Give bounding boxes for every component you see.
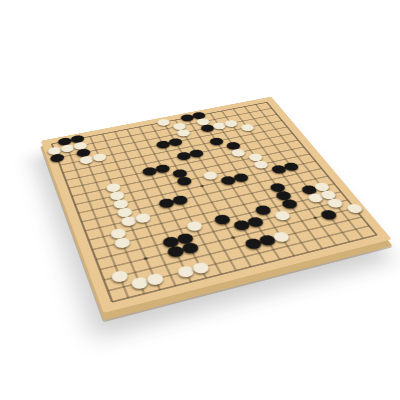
- intersection-r13c2: [94, 230, 113, 243]
- intersection-r16c15: [292, 215, 312, 227]
- intersection-r17c19: [352, 211, 372, 223]
- intersection-r16c14: [279, 218, 299, 230]
- intersection-r17c16: [312, 221, 332, 233]
- intersection-r14c10: ●: [213, 213, 232, 225]
- intersection-r13c13: [248, 196, 267, 207]
- black-stone: ●: [179, 241, 200, 255]
- intersection-r13c4: [123, 224, 142, 236]
- black-stone: ●: [273, 189, 293, 200]
- intersection-r19c16: [326, 239, 347, 252]
- intersection-r10c3: [98, 201, 116, 213]
- intersection-r19c14: [298, 246, 319, 259]
- intersection-r12c1: [76, 225, 94, 237]
- intersection-r18c3: ●: [130, 276, 150, 291]
- intersection-r18c10: [235, 250, 255, 263]
- intersection-r13c15: ●: [274, 190, 293, 201]
- intersection-r14c18: ●: [319, 189, 338, 200]
- intersection-r13c10: [208, 205, 227, 217]
- intersection-r18c13: [277, 240, 298, 253]
- white-stone: ●: [184, 219, 205, 232]
- intersection-r19c8: [211, 267, 232, 281]
- intersection-r16c13: [265, 221, 285, 233]
- intersection-r13c1: [79, 234, 98, 247]
- white-stone: ●: [128, 275, 150, 290]
- intersection-r4c10: ●: [167, 137, 183, 146]
- intersection-r15c8: [190, 229, 209, 242]
- intersection-r17c5: [156, 258, 176, 272]
- go-board: ●●●●●●●●●●●●●●●●●●●●●●●●●●●●●●●●●●●●●●●●…: [41, 97, 392, 313]
- intersections: ●●●●●●●●●●●●●●●●●●●●●●●●●●●●●●●●●●●●●●●●…: [41, 97, 392, 313]
- intersection-r16c17: ●: [319, 209, 339, 221]
- intersection-r16c9: [209, 235, 229, 248]
- black-stone: ●: [160, 235, 181, 248]
- intersection-r11c3: [101, 210, 119, 222]
- intersection-r15c5: [146, 239, 165, 252]
- intersection-r18c6: ●: [176, 265, 196, 279]
- black-stone: ●: [252, 203, 273, 215]
- intersection-r16c19: ●: [345, 203, 365, 215]
- intersection-r18c15: [305, 233, 326, 246]
- grid-line-horizontal: [92, 192, 341, 250]
- intersection-r16c7: ●: [180, 241, 200, 254]
- black-stone: ●: [170, 194, 190, 206]
- intersection-r11c8: ●: [171, 194, 189, 205]
- black-stone: ●: [166, 137, 184, 147]
- intersection-r18c17: [332, 226, 353, 239]
- intersection-r14c11: [226, 210, 245, 222]
- intersection-r19c5: [165, 279, 186, 294]
- black-stone: ●: [164, 244, 185, 258]
- intersection-r11c2: [87, 213, 105, 225]
- intersection-r12c4: ●: [119, 215, 137, 227]
- black-stone: ●: [156, 197, 176, 209]
- intersection-r16c10: [223, 231, 243, 244]
- intersection-r13c14: [261, 193, 280, 204]
- intersection-r11c7: ●: [157, 197, 175, 208]
- intersection-r16c6: ●: [166, 245, 186, 258]
- intersection-r9c1: [66, 199, 83, 210]
- intersection-r16c3: [121, 255, 141, 269]
- white-stone: ●: [118, 214, 138, 226]
- intersection-r8c4: ●: [105, 182, 122, 193]
- intersection-r13c3: ●: [109, 227, 128, 240]
- intersection-r11c9: [184, 191, 202, 202]
- intersection-r18c7: ●: [191, 261, 211, 275]
- intersection-r18c18: [346, 223, 367, 235]
- intersection-r14c7: [171, 223, 190, 235]
- intersection-r16c8: [195, 238, 215, 251]
- intersection-r12c12: [229, 191, 248, 202]
- intersection-r12c15: ●: [268, 182, 287, 193]
- hoshi-point: [231, 236, 236, 239]
- black-stone: ●: [211, 213, 232, 225]
- intersection-r14c16: [293, 195, 312, 206]
- intersection-r4c4: ●: [91, 152, 107, 162]
- intersection-r18c11: [249, 247, 269, 260]
- intersection-r10c13: ●: [232, 172, 250, 182]
- intersection-r9c4: ●: [108, 190, 126, 201]
- intersection-r15c4: [132, 242, 151, 255]
- intersection-r15c2: [102, 249, 121, 262]
- intersection-r13c6: [152, 217, 171, 229]
- intersection-r19c6: [181, 275, 202, 290]
- white-stone: ●: [305, 191, 326, 203]
- intersection-r15c17: [312, 200, 332, 212]
- intersection-r16c1: [90, 263, 109, 277]
- intersection-r17c17: [325, 217, 345, 229]
- grid-line-horizontal: [108, 226, 369, 291]
- intersection-r13c16: [287, 187, 306, 198]
- black-stone: ●: [242, 236, 264, 249]
- intersection-r17c3: [125, 265, 145, 279]
- hoshi-point: [119, 202, 123, 205]
- intersection-r16c18: [332, 206, 352, 218]
- intersection-r13c7: [166, 214, 185, 226]
- intersection-r15c18: ●: [325, 197, 345, 208]
- grid-line-horizontal: [96, 200, 348, 260]
- hoshi-point: [313, 216, 318, 219]
- intersection-r14c15: ●: [280, 198, 299, 209]
- intersection-r17c2: ●: [110, 269, 130, 283]
- intersection-r14c1: [83, 243, 102, 256]
- go-board-wrapper: ●●●●●●●●●●●●●●●●●●●●●●●●●●●●●●●●●●●●●●●●…: [41, 97, 392, 313]
- intersection-r15c15: [286, 206, 306, 218]
- intersection-r14c13: ●: [253, 204, 272, 216]
- intersection-r19c4: [150, 282, 171, 297]
- grid-line-horizontal: [112, 235, 376, 302]
- intersection-r10c1: [69, 207, 87, 219]
- intersection-r18c9: [220, 254, 240, 268]
- intersection-r12c10: [203, 197, 222, 208]
- grid-line-horizontal: [89, 184, 335, 240]
- intersection-r15c19: [338, 194, 358, 205]
- intersection-r15c10: [218, 222, 237, 234]
- intersection-r17c15: [298, 224, 318, 236]
- intersection-r18c5: [160, 268, 180, 282]
- intersection-r12c8: [175, 203, 193, 215]
- intersection-r11c1: [73, 216, 91, 228]
- intersection-r17c6: [171, 255, 191, 269]
- intersection-r16c2: [106, 259, 126, 273]
- intersection-r15c1: [86, 253, 105, 267]
- white-stone: ●: [108, 226, 128, 239]
- intersection-r15c3: [117, 246, 136, 259]
- intersection-r17c10: [229, 241, 249, 254]
- black-stone: ●: [48, 152, 66, 162]
- intersection-r16c12: [251, 225, 271, 237]
- intersection-r11c4: ●: [116, 206, 134, 218]
- intersection-r14c8: ●: [185, 220, 204, 232]
- intersection-r17c8: [200, 247, 220, 260]
- intersection-r18c4: ●: [145, 272, 165, 286]
- intersection-r12c14: [255, 185, 274, 196]
- intersection-r19c19: [366, 229, 387, 242]
- intersection-r17c12: ●: [257, 234, 277, 247]
- intersection-r11c11: [211, 186, 229, 197]
- black-stone: ●: [231, 218, 252, 231]
- intersection-r10c5: [126, 195, 144, 206]
- intersection-r10c17: ●: [282, 161, 300, 171]
- intersection-r18c16: [319, 230, 340, 243]
- intersection-r18c2: [114, 280, 134, 295]
- intersection-r19c10: [241, 260, 262, 274]
- black-stone: ●: [279, 197, 300, 209]
- black-stone: ●: [187, 148, 205, 158]
- white-stone: ●: [112, 235, 133, 248]
- intersection-r12c5: ●: [134, 212, 152, 224]
- intersection-r12c6: [148, 209, 166, 221]
- white-stone: ●: [114, 206, 134, 218]
- intersection-r15c14: ●: [273, 210, 293, 222]
- intersection-r15c11: ●: [232, 219, 251, 231]
- intersection-r15c12: ●: [246, 216, 265, 228]
- product-photo: ●●●●●●●●●●●●●●●●●●●●●●●●●●●●●●●●●●●●●●●●…: [0, 0, 400, 400]
- intersection-r3c1: ●: [49, 153, 65, 163]
- intersection-r17c13: ●: [271, 230, 291, 243]
- intersection-r4c16: ●: [239, 123, 256, 132]
- intersection-r13c12: [235, 199, 254, 210]
- intersection-r15c9: [204, 225, 223, 237]
- white-stone: ●: [90, 152, 108, 162]
- intersection-r9c3: [94, 193, 111, 204]
- intersection-r6c11: ●: [188, 149, 205, 159]
- intersection-r14c17: ●: [306, 192, 325, 203]
- intersection-r18c19: [359, 220, 380, 232]
- intersection-r14c3: ●: [113, 236, 132, 249]
- intersection-r18c8: [205, 257, 225, 271]
- intersection-r9c9: ●: [175, 176, 193, 187]
- black-stone: ●: [174, 231, 195, 244]
- intersection-r19c3: [134, 286, 155, 301]
- intersection-r12c13: [242, 188, 261, 199]
- intersection-r17c11: ●: [243, 237, 263, 250]
- intersection-r9c2: [80, 196, 97, 207]
- intersection-r14c5: [142, 230, 161, 243]
- intersection-r15c13: [259, 213, 279, 225]
- intersection-r15c6: ●: [161, 235, 180, 248]
- intersection-r16c16: [305, 212, 325, 224]
- intersection-r17c14: [285, 227, 305, 240]
- intersection-r14c14: [267, 201, 286, 213]
- intersection-r15c7: ●: [175, 232, 194, 245]
- intersection-r9c5: [122, 187, 140, 198]
- intersection-r17c18: [339, 214, 359, 226]
- intersection-r14c4: [128, 233, 147, 246]
- intersection-r17c7: [185, 251, 205, 265]
- intersection-r13c8: [180, 211, 199, 223]
- black-stone: ●: [317, 208, 338, 220]
- intersection-r18c1: [98, 283, 118, 298]
- intersection-r17c9: [215, 244, 235, 257]
- intersection-r15c16: [299, 203, 319, 215]
- intersection-r16c4: [136, 252, 156, 266]
- intersection-r13c11: [221, 202, 240, 214]
- intersection-r19c9: [226, 264, 247, 278]
- intersection-r17c1: [94, 273, 114, 287]
- intersection-r19c7: [196, 271, 217, 285]
- black-stone: ●: [256, 233, 278, 246]
- intersection-r12c7: [162, 206, 180, 218]
- grid-line-horizontal: [100, 208, 355, 269]
- intersection-r14c9: [199, 217, 218, 229]
- intersection-r16c5: [151, 248, 171, 261]
- intersection-r18c12: [263, 243, 283, 256]
- intersection-r19c11: [255, 256, 276, 270]
- intersection-r11c5: [130, 203, 148, 215]
- intersection-r14c6: [156, 226, 175, 239]
- intersection-r19c17: [339, 235, 360, 248]
- white-stone: ●: [324, 197, 345, 209]
- intersection-r10c6: [139, 192, 157, 203]
- white-stone: ●: [111, 197, 130, 209]
- intersection-r19c2: [118, 290, 139, 305]
- white-stone: ●: [144, 271, 166, 286]
- intersection-r11c6: [144, 200, 162, 212]
- intersection-r19c12: [269, 253, 290, 267]
- intersection-r8c1: [63, 191, 80, 202]
- intersection-r19c1: [102, 294, 122, 309]
- intersection-r11c10: [198, 189, 216, 200]
- intersection-r10c4: ●: [112, 198, 130, 209]
- intersection-r18c14: [291, 236, 312, 249]
- black-stone: ●: [174, 175, 193, 186]
- intersection-r14c19: [331, 186, 350, 197]
- intersection-r10c7: [153, 189, 171, 200]
- white-stone: ●: [108, 268, 130, 283]
- white-stone: ●: [343, 202, 364, 214]
- white-stone: ●: [133, 211, 153, 223]
- intersection-r17c4: [140, 262, 160, 276]
- intersection-r12c9: [189, 200, 207, 212]
- intersection-r19c13: [284, 249, 305, 262]
- white-stone: ●: [107, 189, 126, 200]
- intersection-r8c2: [77, 188, 94, 199]
- intersection-r13c5: [138, 221, 157, 233]
- intersection-r16c11: [237, 228, 257, 241]
- white-stone: ●: [271, 209, 292, 221]
- intersection-r14c2: [98, 240, 117, 253]
- intersection-r12c2: [91, 221, 109, 233]
- intersection-r12c3: [105, 218, 123, 230]
- grid-line-horizontal: [104, 217, 362, 280]
- intersection-r19c18: [353, 232, 374, 245]
- white-stone: ●: [104, 181, 123, 192]
- intersection-r13c9: [194, 208, 213, 220]
- intersection-r14c12: [240, 207, 259, 219]
- intersection-r8c3: [91, 185, 108, 196]
- white-stone: ●: [174, 264, 196, 279]
- intersection-r19c15: [312, 242, 333, 255]
- black-stone: ●: [244, 215, 265, 227]
- intersection-r10c2: [84, 204, 102, 216]
- white-stone: ●: [317, 188, 338, 199]
- intersection-r12c11: [216, 194, 235, 205]
- intersection-r10c8: [167, 186, 185, 197]
- hoshi-point: [143, 257, 148, 260]
- white-stone: ●: [189, 260, 211, 274]
- white-stone: ●: [270, 230, 292, 243]
